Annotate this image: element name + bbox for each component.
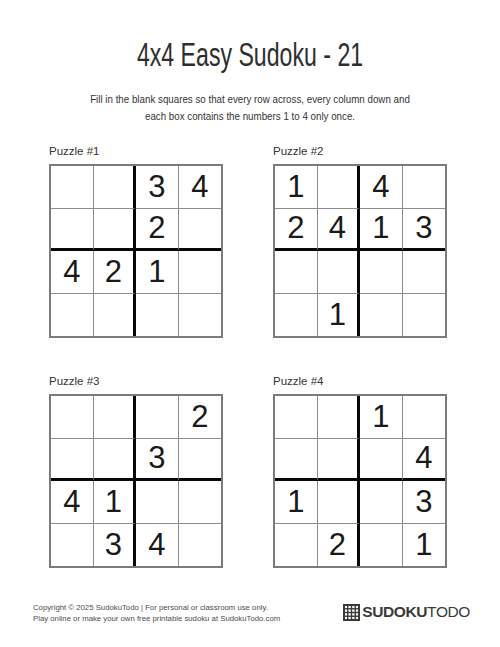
puzzle-1: Puzzle #1 342421 xyxy=(49,144,223,338)
puzzle-3-cell-r3c3 xyxy=(136,481,179,524)
puzzle-4-cell-r1c3: 1 xyxy=(360,396,403,439)
puzzle-2-cell-r2c2: 4 xyxy=(318,209,361,252)
puzzle-3-cell-r1c2 xyxy=(94,396,137,439)
sudokutodo-logo: SUDOKUTODO xyxy=(343,602,470,622)
puzzle-3-cell-r4c3: 4 xyxy=(136,524,179,567)
puzzle-2-cell-r1c3: 4 xyxy=(360,166,403,209)
puzzle-4-cell-r4c1 xyxy=(275,524,318,567)
puzzle-2-cell-r1c4 xyxy=(403,166,446,209)
puzzle-1-cell-r2c4 xyxy=(179,209,222,252)
puzzle-4-cell-r3c2 xyxy=(318,481,361,524)
copyright-line-2: Play online or make your own free printa… xyxy=(33,613,280,624)
puzzle-2-cell-r2c1: 2 xyxy=(275,209,318,252)
puzzle-1-cell-r3c1: 4 xyxy=(51,251,94,294)
puzzle-4-cell-r4c4: 1 xyxy=(403,524,446,567)
puzzle-1-cell-r3c4 xyxy=(179,251,222,294)
puzzle-2-cell-r3c2 xyxy=(318,251,361,294)
puzzle-4-board: 141321 xyxy=(273,394,447,568)
puzzle-4-cell-r2c4: 4 xyxy=(403,439,446,482)
puzzle-3-cell-r3c4 xyxy=(179,481,222,524)
puzzle-3-cell-r3c2: 1 xyxy=(94,481,137,524)
puzzle-4-cell-r3c4: 3 xyxy=(403,481,446,524)
puzzle-4-cell-r2c1 xyxy=(275,439,318,482)
puzzle-3-cell-r2c4 xyxy=(179,439,222,482)
puzzle-4-cell-r2c2 xyxy=(318,439,361,482)
copyright-line-1: Copyright © 2025 SudokuTodo | For person… xyxy=(33,602,280,613)
sudoku-grid-icon xyxy=(343,604,360,621)
page-title: 4x4 Easy Sudoku - 21 xyxy=(80,37,420,71)
puzzle-2-cell-r4c3 xyxy=(360,294,403,337)
puzzle-1-cell-r4c4 xyxy=(179,294,222,337)
puzzle-2-board: 1424131 xyxy=(273,164,447,338)
puzzle-3-cell-r3c1: 4 xyxy=(51,481,94,524)
puzzle-2-cell-r3c4 xyxy=(403,251,446,294)
puzzle-3-cell-r4c1 xyxy=(51,524,94,567)
puzzle-2-label: Puzzle #2 xyxy=(273,144,447,158)
puzzle-4-cell-r2c3 xyxy=(360,439,403,482)
puzzle-3-label: Puzzle #3 xyxy=(49,374,223,388)
puzzle-3-cell-r2c2 xyxy=(94,439,137,482)
puzzle-2-cell-r1c1: 1 xyxy=(275,166,318,209)
puzzle-1-cell-r2c2 xyxy=(94,209,137,252)
puzzle-3-cell-r2c1 xyxy=(51,439,94,482)
puzzle-4-cell-r3c1: 1 xyxy=(275,481,318,524)
puzzle-2-cell-r4c1 xyxy=(275,294,318,337)
puzzle-2-cell-r4c4 xyxy=(403,294,446,337)
puzzle-2: Puzzle #2 1424131 xyxy=(273,144,447,338)
puzzle-1-board: 342421 xyxy=(49,164,223,338)
puzzle-4-cell-r4c2: 2 xyxy=(318,524,361,567)
puzzle-4: Puzzle #4 141321 xyxy=(273,374,447,568)
puzzle-3-cell-r4c4 xyxy=(179,524,222,567)
puzzle-2-cell-r3c3 xyxy=(360,251,403,294)
puzzle-3-cell-r4c2: 3 xyxy=(94,524,137,567)
puzzle-2-cell-r1c2 xyxy=(318,166,361,209)
puzzle-3-cell-r1c4: 2 xyxy=(179,396,222,439)
puzzle-4-cell-r1c2 xyxy=(318,396,361,439)
puzzle-1-label: Puzzle #1 xyxy=(49,144,223,158)
puzzle-1-cell-r1c1 xyxy=(51,166,94,209)
logo-text-sudoku: SUDOKU xyxy=(362,603,427,621)
printable-sudoku-page: 4x4 Easy Sudoku - 21 Fill in the blank s… xyxy=(0,0,500,647)
puzzle-2-cell-r3c1 xyxy=(275,251,318,294)
puzzle-1-cell-r4c3 xyxy=(136,294,179,337)
puzzle-4-cell-r4c3 xyxy=(360,524,403,567)
puzzle-1-cell-r2c1 xyxy=(51,209,94,252)
puzzle-3-cell-r2c3: 3 xyxy=(136,439,179,482)
puzzle-1-cell-r3c3: 1 xyxy=(136,251,179,294)
puzzle-1-cell-r2c3: 2 xyxy=(136,209,179,252)
puzzle-1-cell-r4c2 xyxy=(94,294,137,337)
puzzle-4-label: Puzzle #4 xyxy=(273,374,447,388)
puzzle-3-cell-r1c1 xyxy=(51,396,94,439)
puzzle-2-cell-r4c2: 1 xyxy=(318,294,361,337)
puzzle-1-cell-r1c2 xyxy=(94,166,137,209)
copyright-text: Copyright © 2025 SudokuTodo | For person… xyxy=(33,602,280,624)
puzzle-3-board: 234134 xyxy=(49,394,223,568)
instructions: Fill in the blank squares so that every … xyxy=(18,91,483,126)
puzzle-2-cell-r2c4: 3 xyxy=(403,209,446,252)
puzzle-4-cell-r1c4 xyxy=(403,396,446,439)
puzzle-1-cell-r1c4: 4 xyxy=(179,166,222,209)
logo-text-todo: TODO xyxy=(427,603,470,621)
puzzle-1-cell-r1c3: 3 xyxy=(136,166,179,209)
puzzle-4-cell-r1c1 xyxy=(275,396,318,439)
puzzle-4-cell-r3c3 xyxy=(360,481,403,524)
instructions-line-1: Fill in the blank squares so that every … xyxy=(18,91,483,108)
puzzle-1-cell-r4c1 xyxy=(51,294,94,337)
puzzle-3: Puzzle #3 234134 xyxy=(49,374,223,568)
puzzle-3-cell-r1c3 xyxy=(136,396,179,439)
puzzle-1-cell-r3c2: 2 xyxy=(94,251,137,294)
puzzle-2-cell-r2c3: 1 xyxy=(360,209,403,252)
instructions-line-2: each box contains the numbers 1 to 4 onl… xyxy=(18,108,483,125)
